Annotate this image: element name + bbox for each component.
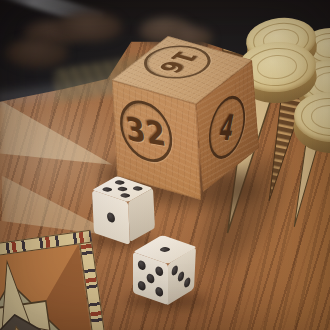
photo-vignette [0, 0, 330, 330]
backgammon-photo: 16 32 4 [0, 0, 330, 330]
